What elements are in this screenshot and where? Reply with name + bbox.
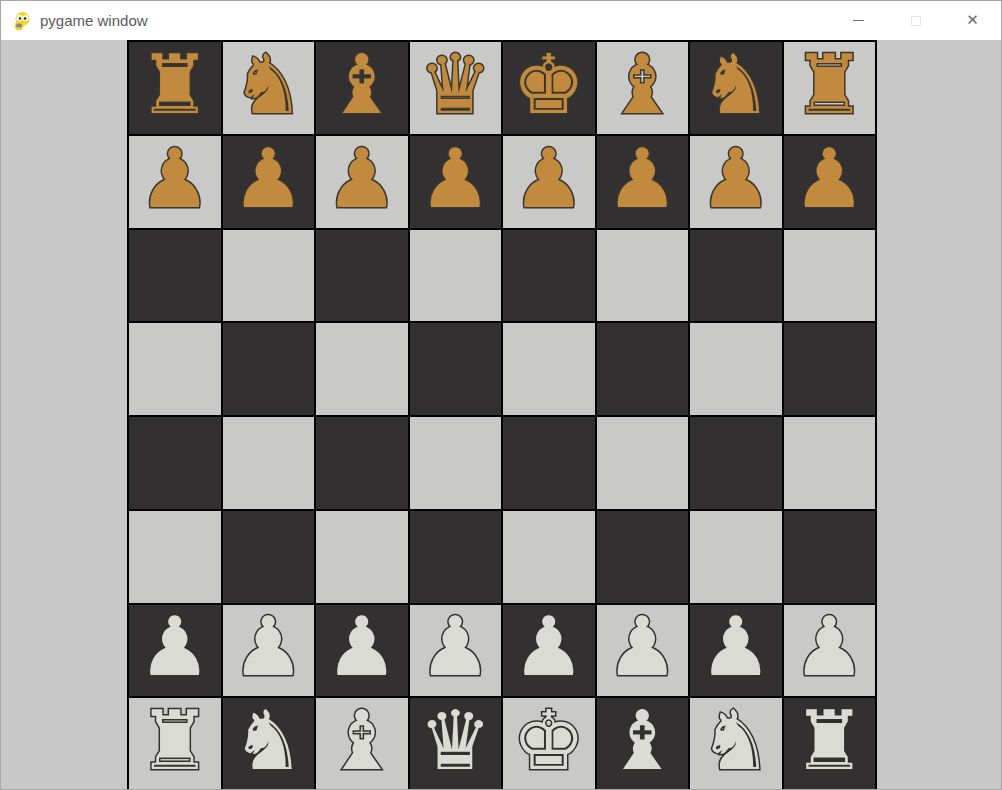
square-c2[interactable]: ♟	[316, 605, 408, 697]
square-e4[interactable]	[503, 417, 595, 509]
square-h5[interactable]	[784, 323, 876, 415]
black-pawn-icon: ♟	[605, 138, 679, 220]
chess-board: ♜♞♝♛♚♝♞♜♟♟♟♟♟♟♟♟♟♟♟♟♟♟♟♟♜♞♝♛♚♝♞♜	[127, 40, 877, 789]
square-e5[interactable]	[503, 323, 595, 415]
white-pawn-icon: ♟	[792, 606, 866, 688]
square-a8[interactable]: ♜	[129, 42, 221, 134]
pygame-app-icon	[12, 11, 32, 31]
square-e6[interactable]	[503, 230, 595, 322]
square-c6[interactable]	[316, 230, 408, 322]
square-e1[interactable]: ♚	[503, 698, 595, 789]
square-g8[interactable]: ♞	[690, 42, 782, 134]
black-knight-icon: ♞	[231, 44, 305, 126]
square-c3[interactable]	[316, 511, 408, 603]
maximize-button[interactable]	[887, 1, 944, 40]
white-bishop-icon: ♝	[325, 700, 399, 782]
black-rook-icon: ♜	[138, 44, 212, 126]
square-e7[interactable]: ♟	[503, 136, 595, 228]
square-g3[interactable]	[690, 511, 782, 603]
square-d4[interactable]	[410, 417, 502, 509]
white-bishop-icon: ♝	[605, 700, 679, 782]
square-b1[interactable]: ♞	[223, 698, 315, 789]
square-g7[interactable]: ♟	[690, 136, 782, 228]
square-b6[interactable]	[223, 230, 315, 322]
square-f5[interactable]	[597, 323, 689, 415]
pygame-window: pygame window ✕ ♜♞♝♛♚♝♞♜♟♟♟♟♟♟♟♟♟♟♟♟♟♟♟♟…	[0, 0, 1002, 790]
square-d7[interactable]: ♟	[410, 136, 502, 228]
square-f1[interactable]: ♝	[597, 698, 689, 789]
window-controls: ✕	[830, 1, 1001, 40]
white-queen-icon: ♛	[418, 700, 492, 782]
white-king-icon: ♚	[512, 700, 586, 782]
square-c1[interactable]: ♝	[316, 698, 408, 789]
square-d6[interactable]	[410, 230, 502, 322]
square-h4[interactable]	[784, 417, 876, 509]
minimize-icon	[853, 20, 864, 21]
white-pawn-icon: ♟	[231, 606, 305, 688]
square-d5[interactable]	[410, 323, 502, 415]
black-pawn-icon: ♟	[418, 138, 492, 220]
square-h1[interactable]: ♜	[784, 698, 876, 789]
white-pawn-icon: ♟	[418, 606, 492, 688]
white-pawn-icon: ♟	[605, 606, 679, 688]
black-pawn-icon: ♟	[138, 138, 212, 220]
white-rook-icon: ♜	[792, 700, 866, 782]
black-pawn-icon: ♟	[512, 138, 586, 220]
square-h2[interactable]: ♟	[784, 605, 876, 697]
square-h3[interactable]	[784, 511, 876, 603]
square-e8[interactable]: ♚	[503, 42, 595, 134]
square-d2[interactable]: ♟	[410, 605, 502, 697]
pygame-content-area: ♜♞♝♛♚♝♞♜♟♟♟♟♟♟♟♟♟♟♟♟♟♟♟♟♜♞♝♛♚♝♞♜	[1, 40, 1001, 789]
square-d3[interactable]	[410, 511, 502, 603]
square-f7[interactable]: ♟	[597, 136, 689, 228]
square-b8[interactable]: ♞	[223, 42, 315, 134]
white-knight-icon: ♞	[699, 700, 773, 782]
square-b2[interactable]: ♟	[223, 605, 315, 697]
window-title: pygame window	[40, 12, 830, 29]
white-knight-icon: ♞	[231, 700, 305, 782]
square-f3[interactable]	[597, 511, 689, 603]
square-a3[interactable]	[129, 511, 221, 603]
square-f2[interactable]: ♟	[597, 605, 689, 697]
square-h7[interactable]: ♟	[784, 136, 876, 228]
square-b4[interactable]	[223, 417, 315, 509]
square-f6[interactable]	[597, 230, 689, 322]
square-d8[interactable]: ♛	[410, 42, 502, 134]
square-b3[interactable]	[223, 511, 315, 603]
black-knight-icon: ♞	[699, 44, 773, 126]
black-rook-icon: ♜	[792, 44, 866, 126]
white-pawn-icon: ♟	[699, 606, 773, 688]
black-pawn-icon: ♟	[699, 138, 773, 220]
square-c8[interactable]: ♝	[316, 42, 408, 134]
black-bishop-icon: ♝	[325, 44, 399, 126]
title-bar: pygame window ✕	[1, 1, 1001, 40]
square-a5[interactable]	[129, 323, 221, 415]
black-pawn-icon: ♟	[325, 138, 399, 220]
maximize-icon	[911, 16, 921, 26]
square-c5[interactable]	[316, 323, 408, 415]
square-a7[interactable]: ♟	[129, 136, 221, 228]
close-button[interactable]: ✕	[944, 1, 1001, 40]
white-rook-icon: ♜	[138, 700, 212, 782]
square-g4[interactable]	[690, 417, 782, 509]
square-a4[interactable]	[129, 417, 221, 509]
square-f4[interactable]	[597, 417, 689, 509]
square-e3[interactable]	[503, 511, 595, 603]
square-f8[interactable]: ♝	[597, 42, 689, 134]
minimize-button[interactable]	[830, 1, 887, 40]
black-queen-icon: ♛	[418, 44, 492, 126]
square-c4[interactable]	[316, 417, 408, 509]
square-g6[interactable]	[690, 230, 782, 322]
square-c7[interactable]: ♟	[316, 136, 408, 228]
square-a2[interactable]: ♟	[129, 605, 221, 697]
square-b5[interactable]	[223, 323, 315, 415]
black-king-icon: ♚	[512, 44, 586, 126]
square-b7[interactable]: ♟	[223, 136, 315, 228]
black-pawn-icon: ♟	[792, 138, 866, 220]
square-a1[interactable]: ♜	[129, 698, 221, 789]
close-icon: ✕	[966, 13, 979, 28]
white-pawn-icon: ♟	[138, 606, 212, 688]
square-h8[interactable]: ♜	[784, 42, 876, 134]
square-g1[interactable]: ♞	[690, 698, 782, 789]
square-e2[interactable]: ♟	[503, 605, 595, 697]
black-bishop-icon: ♝	[605, 44, 679, 126]
square-g2[interactable]: ♟	[690, 605, 782, 697]
square-h6[interactable]	[784, 230, 876, 322]
square-d1[interactable]: ♛	[410, 698, 502, 789]
white-pawn-icon: ♟	[325, 606, 399, 688]
square-g5[interactable]	[690, 323, 782, 415]
black-pawn-icon: ♟	[231, 138, 305, 220]
square-a6[interactable]	[129, 230, 221, 322]
white-pawn-icon: ♟	[512, 606, 586, 688]
